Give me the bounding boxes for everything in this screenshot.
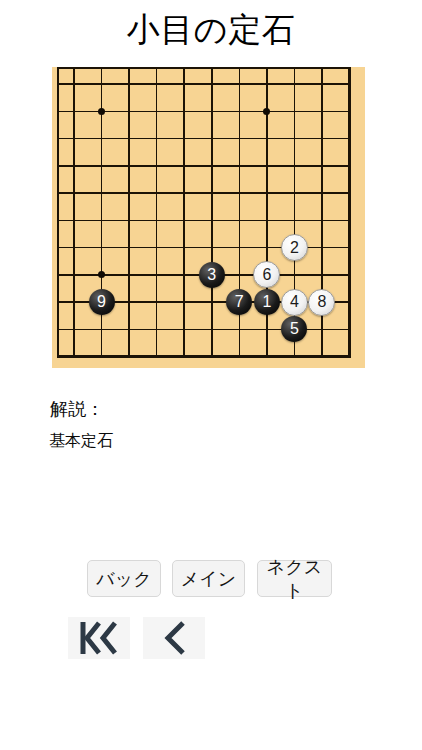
grid-line-horizontal <box>58 138 350 140</box>
grid-line-horizontal <box>58 165 350 167</box>
go-board: 123456789 <box>52 67 365 368</box>
grid-line-horizontal <box>58 220 350 222</box>
page: 小目の定石 123456789 解説： 基本定石 バック メイン ネクスト <box>0 0 422 750</box>
black-stone-7: 7 <box>226 289 252 315</box>
back-button[interactable]: バック <box>87 560 161 597</box>
grid-line-horizontal <box>58 192 350 194</box>
star-point <box>98 108 105 115</box>
grid-line-horizontal <box>58 83 350 85</box>
step-back-icon <box>161 621 187 655</box>
main-button[interactable]: メイン <box>172 560 245 597</box>
commentary-text: 基本定石 <box>49 431 113 452</box>
black-stone-1: 1 <box>254 289 280 315</box>
commentary-label: 解説： <box>50 397 104 421</box>
white-stone-2: 2 <box>281 234 308 261</box>
white-stone-6: 6 <box>253 261 280 288</box>
black-stone-9: 9 <box>89 289 115 315</box>
black-stone-5: 5 <box>281 316 307 342</box>
black-stone-3: 3 <box>199 262 225 288</box>
step-back-button[interactable] <box>143 617 205 659</box>
page-title: 小目の定石 <box>0 8 422 53</box>
star-point <box>98 271 105 278</box>
next-button[interactable]: ネクスト <box>257 560 332 597</box>
skip-to-start-icon <box>79 621 119 655</box>
skip-to-start-button[interactable] <box>68 617 130 659</box>
star-point <box>263 108 270 115</box>
white-stone-8: 8 <box>308 289 335 316</box>
white-stone-4: 4 <box>281 289 308 316</box>
